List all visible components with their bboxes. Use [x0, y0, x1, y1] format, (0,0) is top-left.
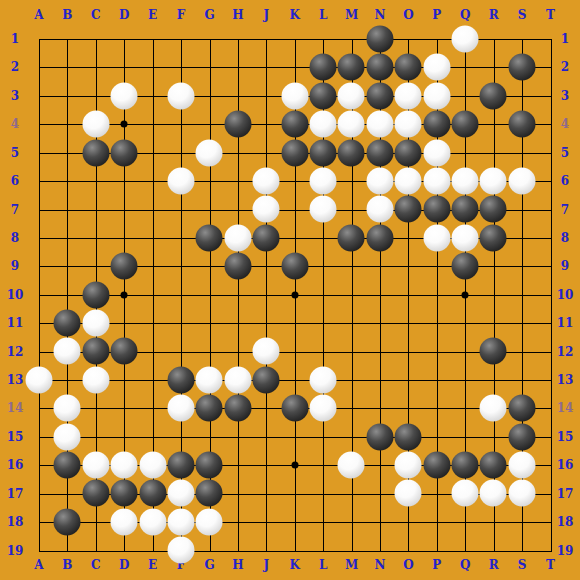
point-P13[interactable]	[422, 366, 450, 394]
point-P19[interactable]	[422, 536, 450, 564]
point-L9[interactable]	[309, 252, 337, 280]
point-G5[interactable]: ○	[195, 138, 223, 166]
point-O7[interactable]: ●	[394, 195, 422, 223]
point-S1[interactable]	[508, 25, 536, 53]
white-stone-O17[interactable]: ○	[395, 480, 422, 507]
white-stone-P6[interactable]: ○	[423, 168, 450, 195]
point-T2[interactable]	[536, 53, 564, 81]
white-stone-Q8[interactable]: ○	[452, 224, 479, 251]
point-D16[interactable]: ○	[110, 451, 138, 479]
point-Q3[interactable]	[451, 82, 479, 110]
point-C9[interactable]	[82, 252, 110, 280]
point-N1[interactable]: ●	[366, 25, 394, 53]
point-R18[interactable]	[479, 508, 507, 536]
point-H7[interactable]	[224, 195, 252, 223]
point-Q10[interactable]	[451, 280, 479, 308]
black-stone-B16[interactable]: ●	[54, 452, 81, 479]
point-S11[interactable]	[508, 309, 536, 337]
point-G15[interactable]	[195, 422, 223, 450]
point-T11[interactable]	[536, 309, 564, 337]
black-stone-K14[interactable]: ●	[281, 395, 308, 422]
point-A4[interactable]	[25, 110, 53, 138]
point-H1[interactable]	[224, 25, 252, 53]
point-F15[interactable]	[167, 422, 195, 450]
point-F12[interactable]	[167, 337, 195, 365]
black-stone-C12[interactable]: ●	[82, 338, 109, 365]
point-L6[interactable]: ○	[309, 167, 337, 195]
point-N4[interactable]: ○	[366, 110, 394, 138]
black-stone-J13[interactable]: ●	[253, 366, 280, 393]
point-S5[interactable]	[508, 138, 536, 166]
point-O13[interactable]	[394, 366, 422, 394]
white-stone-F6[interactable]: ○	[168, 168, 195, 195]
point-F2[interactable]	[167, 53, 195, 81]
point-H5[interactable]	[224, 138, 252, 166]
point-D11[interactable]	[110, 309, 138, 337]
black-stone-R8[interactable]: ●	[480, 224, 507, 251]
point-F6[interactable]: ○	[167, 167, 195, 195]
point-K17[interactable]	[280, 479, 308, 507]
point-C2[interactable]	[82, 53, 110, 81]
point-B9[interactable]	[53, 252, 81, 280]
point-J4[interactable]	[252, 110, 280, 138]
white-stone-L7[interactable]: ○	[310, 196, 337, 223]
point-K9[interactable]: ●	[280, 252, 308, 280]
point-L4[interactable]: ○	[309, 110, 337, 138]
point-T14[interactable]	[536, 394, 564, 422]
point-A14[interactable]	[25, 394, 53, 422]
point-O15[interactable]: ●	[394, 422, 422, 450]
point-B11[interactable]: ●	[53, 309, 81, 337]
white-stone-L14[interactable]: ○	[310, 395, 337, 422]
point-E3[interactable]	[138, 82, 166, 110]
white-stone-R14[interactable]: ○	[480, 395, 507, 422]
black-stone-S14[interactable]: ●	[508, 395, 535, 422]
white-stone-J7[interactable]: ○	[253, 196, 280, 223]
point-P12[interactable]	[422, 337, 450, 365]
point-Q11[interactable]	[451, 309, 479, 337]
point-Q15[interactable]	[451, 422, 479, 450]
point-T10[interactable]	[536, 280, 564, 308]
point-B7[interactable]	[53, 195, 81, 223]
point-F3[interactable]: ○	[167, 82, 195, 110]
point-J18[interactable]	[252, 508, 280, 536]
point-S10[interactable]	[508, 280, 536, 308]
point-N15[interactable]: ●	[366, 422, 394, 450]
point-F17[interactable]: ○	[167, 479, 195, 507]
point-N19[interactable]	[366, 536, 394, 564]
point-N3[interactable]: ●	[366, 82, 394, 110]
point-L2[interactable]: ●	[309, 53, 337, 81]
point-G14[interactable]: ●	[195, 394, 223, 422]
point-P11[interactable]	[422, 309, 450, 337]
point-S18[interactable]	[508, 508, 536, 536]
point-G18[interactable]: ○	[195, 508, 223, 536]
point-C15[interactable]	[82, 422, 110, 450]
point-T8[interactable]	[536, 224, 564, 252]
point-J3[interactable]	[252, 82, 280, 110]
point-G19[interactable]	[195, 536, 223, 564]
white-stone-F17[interactable]: ○	[168, 480, 195, 507]
point-H19[interactable]	[224, 536, 252, 564]
point-A1[interactable]	[25, 25, 53, 53]
point-T9[interactable]	[536, 252, 564, 280]
point-L19[interactable]	[309, 536, 337, 564]
point-C19[interactable]	[82, 536, 110, 564]
point-F9[interactable]	[167, 252, 195, 280]
white-stone-P8[interactable]: ○	[423, 224, 450, 251]
point-R16[interactable]: ●	[479, 451, 507, 479]
point-K2[interactable]	[280, 53, 308, 81]
point-B4[interactable]	[53, 110, 81, 138]
point-H11[interactable]	[224, 309, 252, 337]
point-S9[interactable]	[508, 252, 536, 280]
point-O17[interactable]: ○	[394, 479, 422, 507]
point-R4[interactable]	[479, 110, 507, 138]
point-C6[interactable]	[82, 167, 110, 195]
point-M15[interactable]	[337, 422, 365, 450]
white-stone-P2[interactable]: ○	[423, 54, 450, 81]
point-R14[interactable]: ○	[479, 394, 507, 422]
point-H15[interactable]	[224, 422, 252, 450]
point-P3[interactable]: ○	[422, 82, 450, 110]
point-N10[interactable]	[366, 280, 394, 308]
point-M9[interactable]	[337, 252, 365, 280]
point-C11[interactable]: ○	[82, 309, 110, 337]
point-E1[interactable]	[138, 25, 166, 53]
white-stone-S17[interactable]: ○	[508, 480, 535, 507]
point-J8[interactable]: ●	[252, 224, 280, 252]
white-stone-B15[interactable]: ○	[54, 423, 81, 450]
white-stone-P5[interactable]: ○	[423, 139, 450, 166]
black-stone-C17[interactable]: ●	[82, 480, 109, 507]
black-stone-M8[interactable]: ●	[338, 224, 365, 251]
point-B5[interactable]	[53, 138, 81, 166]
point-N7[interactable]: ○	[366, 195, 394, 223]
white-stone-G5[interactable]: ○	[196, 139, 223, 166]
point-T17[interactable]	[536, 479, 564, 507]
point-Q16[interactable]: ●	[451, 451, 479, 479]
black-stone-L2[interactable]: ●	[310, 54, 337, 81]
point-L15[interactable]	[309, 422, 337, 450]
point-F19[interactable]: ○	[167, 536, 195, 564]
point-T5[interactable]	[536, 138, 564, 166]
point-E13[interactable]	[138, 366, 166, 394]
black-stone-B18[interactable]: ●	[54, 508, 81, 535]
white-stone-D3[interactable]: ○	[111, 82, 138, 109]
point-F10[interactable]	[167, 280, 195, 308]
black-stone-L5[interactable]: ●	[310, 139, 337, 166]
point-D15[interactable]	[110, 422, 138, 450]
point-E9[interactable]	[138, 252, 166, 280]
black-stone-N5[interactable]: ●	[366, 139, 393, 166]
point-O8[interactable]	[394, 224, 422, 252]
point-C5[interactable]: ●	[82, 138, 110, 166]
black-stone-B11[interactable]: ●	[54, 310, 81, 337]
point-B1[interactable]	[53, 25, 81, 53]
point-T12[interactable]	[536, 337, 564, 365]
black-stone-G8[interactable]: ●	[196, 224, 223, 251]
point-K19[interactable]	[280, 536, 308, 564]
white-stone-G18[interactable]: ○	[196, 508, 223, 535]
point-R19[interactable]	[479, 536, 507, 564]
white-stone-O3[interactable]: ○	[395, 82, 422, 109]
white-stone-M4[interactable]: ○	[338, 111, 365, 138]
point-K1[interactable]	[280, 25, 308, 53]
point-M18[interactable]	[337, 508, 365, 536]
point-R1[interactable]	[479, 25, 507, 53]
point-M8[interactable]: ●	[337, 224, 365, 252]
point-R5[interactable]	[479, 138, 507, 166]
point-D6[interactable]	[110, 167, 138, 195]
point-S6[interactable]: ○	[508, 167, 536, 195]
point-P4[interactable]: ●	[422, 110, 450, 138]
point-P6[interactable]: ○	[422, 167, 450, 195]
point-R9[interactable]	[479, 252, 507, 280]
black-stone-S15[interactable]: ●	[508, 423, 535, 450]
point-O12[interactable]	[394, 337, 422, 365]
point-K16[interactable]	[280, 451, 308, 479]
point-J14[interactable]	[252, 394, 280, 422]
white-stone-O6[interactable]: ○	[395, 168, 422, 195]
point-E12[interactable]	[138, 337, 166, 365]
point-F4[interactable]	[167, 110, 195, 138]
point-B19[interactable]	[53, 536, 81, 564]
point-H3[interactable]	[224, 82, 252, 110]
point-R17[interactable]: ○	[479, 479, 507, 507]
point-J13[interactable]: ●	[252, 366, 280, 394]
point-N17[interactable]	[366, 479, 394, 507]
point-G12[interactable]	[195, 337, 223, 365]
point-P2[interactable]: ○	[422, 53, 450, 81]
point-S3[interactable]	[508, 82, 536, 110]
point-E2[interactable]	[138, 53, 166, 81]
point-M4[interactable]: ○	[337, 110, 365, 138]
point-E16[interactable]: ○	[138, 451, 166, 479]
point-J16[interactable]	[252, 451, 280, 479]
point-M1[interactable]	[337, 25, 365, 53]
white-stone-K3[interactable]: ○	[281, 82, 308, 109]
point-E4[interactable]	[138, 110, 166, 138]
point-D9[interactable]: ●	[110, 252, 138, 280]
point-K14[interactable]: ●	[280, 394, 308, 422]
point-B17[interactable]	[53, 479, 81, 507]
point-D7[interactable]	[110, 195, 138, 223]
point-S13[interactable]	[508, 366, 536, 394]
point-F8[interactable]	[167, 224, 195, 252]
black-stone-N15[interactable]: ●	[366, 423, 393, 450]
point-O5[interactable]: ●	[394, 138, 422, 166]
black-stone-C10[interactable]: ●	[82, 281, 109, 308]
point-T7[interactable]	[536, 195, 564, 223]
white-stone-L6[interactable]: ○	[310, 168, 337, 195]
point-K3[interactable]: ○	[280, 82, 308, 110]
black-stone-D5[interactable]: ●	[111, 139, 138, 166]
point-A16[interactable]	[25, 451, 53, 479]
point-E10[interactable]	[138, 280, 166, 308]
point-Q5[interactable]	[451, 138, 479, 166]
point-M3[interactable]: ○	[337, 82, 365, 110]
black-stone-G14[interactable]: ●	[196, 395, 223, 422]
point-S12[interactable]	[508, 337, 536, 365]
point-S14[interactable]: ●	[508, 394, 536, 422]
black-stone-R12[interactable]: ●	[480, 338, 507, 365]
white-stone-S16[interactable]: ○	[508, 452, 535, 479]
point-G6[interactable]	[195, 167, 223, 195]
point-E18[interactable]: ○	[138, 508, 166, 536]
point-L3[interactable]: ●	[309, 82, 337, 110]
point-O2[interactable]: ●	[394, 53, 422, 81]
point-S8[interactable]	[508, 224, 536, 252]
point-N14[interactable]	[366, 394, 394, 422]
point-Q6[interactable]: ○	[451, 167, 479, 195]
point-N8[interactable]: ●	[366, 224, 394, 252]
point-E7[interactable]	[138, 195, 166, 223]
point-K12[interactable]	[280, 337, 308, 365]
black-stone-H14[interactable]: ●	[224, 395, 251, 422]
black-stone-K4[interactable]: ●	[281, 111, 308, 138]
point-G2[interactable]	[195, 53, 223, 81]
black-stone-P4[interactable]: ●	[423, 111, 450, 138]
point-K4[interactable]: ●	[280, 110, 308, 138]
point-N5[interactable]: ●	[366, 138, 394, 166]
point-E19[interactable]	[138, 536, 166, 564]
point-B14[interactable]: ○	[53, 394, 81, 422]
white-stone-D16[interactable]: ○	[111, 452, 138, 479]
white-stone-M3[interactable]: ○	[338, 82, 365, 109]
point-P18[interactable]	[422, 508, 450, 536]
point-P7[interactable]: ●	[422, 195, 450, 223]
point-C10[interactable]: ●	[82, 280, 110, 308]
point-B10[interactable]	[53, 280, 81, 308]
point-F14[interactable]: ○	[167, 394, 195, 422]
black-stone-S4[interactable]: ●	[508, 111, 535, 138]
white-stone-R17[interactable]: ○	[480, 480, 507, 507]
point-F7[interactable]	[167, 195, 195, 223]
point-P10[interactable]	[422, 280, 450, 308]
black-stone-R3[interactable]: ●	[480, 82, 507, 109]
point-M14[interactable]	[337, 394, 365, 422]
point-B8[interactable]	[53, 224, 81, 252]
point-K6[interactable]	[280, 167, 308, 195]
point-S16[interactable]: ○	[508, 451, 536, 479]
point-N18[interactable]	[366, 508, 394, 536]
point-F1[interactable]	[167, 25, 195, 53]
point-M12[interactable]	[337, 337, 365, 365]
point-O3[interactable]: ○	[394, 82, 422, 110]
point-J1[interactable]	[252, 25, 280, 53]
point-D12[interactable]: ●	[110, 337, 138, 365]
black-stone-D12[interactable]: ●	[111, 338, 138, 365]
point-P16[interactable]: ●	[422, 451, 450, 479]
white-stone-E18[interactable]: ○	[139, 508, 166, 535]
point-H10[interactable]	[224, 280, 252, 308]
point-J6[interactable]: ○	[252, 167, 280, 195]
white-stone-R6[interactable]: ○	[480, 168, 507, 195]
point-D19[interactable]	[110, 536, 138, 564]
point-Q18[interactable]	[451, 508, 479, 536]
point-L7[interactable]: ○	[309, 195, 337, 223]
white-stone-O4[interactable]: ○	[395, 111, 422, 138]
point-Q2[interactable]	[451, 53, 479, 81]
point-B15[interactable]: ○	[53, 422, 81, 450]
point-C1[interactable]	[82, 25, 110, 53]
point-E8[interactable]	[138, 224, 166, 252]
white-stone-G13[interactable]: ○	[196, 366, 223, 393]
point-F13[interactable]: ●	[167, 366, 195, 394]
white-stone-J6[interactable]: ○	[253, 168, 280, 195]
black-stone-D17[interactable]: ●	[111, 480, 138, 507]
black-stone-N8[interactable]: ●	[366, 224, 393, 251]
point-J10[interactable]	[252, 280, 280, 308]
point-C8[interactable]	[82, 224, 110, 252]
white-stone-B14[interactable]: ○	[54, 395, 81, 422]
point-G9[interactable]	[195, 252, 223, 280]
white-stone-C16[interactable]: ○	[82, 452, 109, 479]
point-O14[interactable]	[394, 394, 422, 422]
point-K15[interactable]	[280, 422, 308, 450]
point-T4[interactable]	[536, 110, 564, 138]
point-O11[interactable]	[394, 309, 422, 337]
black-stone-C5[interactable]: ●	[82, 139, 109, 166]
point-L14[interactable]: ○	[309, 394, 337, 422]
white-stone-H8[interactable]: ○	[224, 224, 251, 251]
point-N9[interactable]	[366, 252, 394, 280]
point-N2[interactable]: ●	[366, 53, 394, 81]
point-D8[interactable]	[110, 224, 138, 252]
point-P17[interactable]	[422, 479, 450, 507]
white-stone-A13[interactable]: ○	[25, 366, 52, 393]
point-L17[interactable]	[309, 479, 337, 507]
black-stone-R16[interactable]: ●	[480, 452, 507, 479]
point-D5[interactable]: ●	[110, 138, 138, 166]
point-H13[interactable]: ○	[224, 366, 252, 394]
point-D2[interactable]	[110, 53, 138, 81]
point-L8[interactable]	[309, 224, 337, 252]
white-stone-D18[interactable]: ○	[111, 508, 138, 535]
white-stone-F19[interactable]: ○	[168, 537, 195, 564]
point-M13[interactable]	[337, 366, 365, 394]
point-T1[interactable]	[536, 25, 564, 53]
point-A10[interactable]	[25, 280, 53, 308]
point-C14[interactable]	[82, 394, 110, 422]
white-stone-P3[interactable]: ○	[423, 82, 450, 109]
point-A18[interactable]	[25, 508, 53, 536]
point-S19[interactable]	[508, 536, 536, 564]
point-G4[interactable]	[195, 110, 223, 138]
white-stone-Q6[interactable]: ○	[452, 168, 479, 195]
black-stone-P7[interactable]: ●	[423, 196, 450, 223]
point-O9[interactable]	[394, 252, 422, 280]
point-D18[interactable]: ○	[110, 508, 138, 536]
white-stone-C13[interactable]: ○	[82, 366, 109, 393]
point-G17[interactable]: ●	[195, 479, 223, 507]
point-G16[interactable]: ●	[195, 451, 223, 479]
point-G8[interactable]: ●	[195, 224, 223, 252]
point-E11[interactable]	[138, 309, 166, 337]
point-G3[interactable]	[195, 82, 223, 110]
point-R10[interactable]	[479, 280, 507, 308]
black-stone-F13[interactable]: ●	[168, 366, 195, 393]
point-O4[interactable]: ○	[394, 110, 422, 138]
point-D10[interactable]	[110, 280, 138, 308]
point-T18[interactable]	[536, 508, 564, 536]
point-P9[interactable]	[422, 252, 450, 280]
point-T6[interactable]	[536, 167, 564, 195]
point-P14[interactable]	[422, 394, 450, 422]
white-stone-N4[interactable]: ○	[366, 111, 393, 138]
point-B16[interactable]: ●	[53, 451, 81, 479]
